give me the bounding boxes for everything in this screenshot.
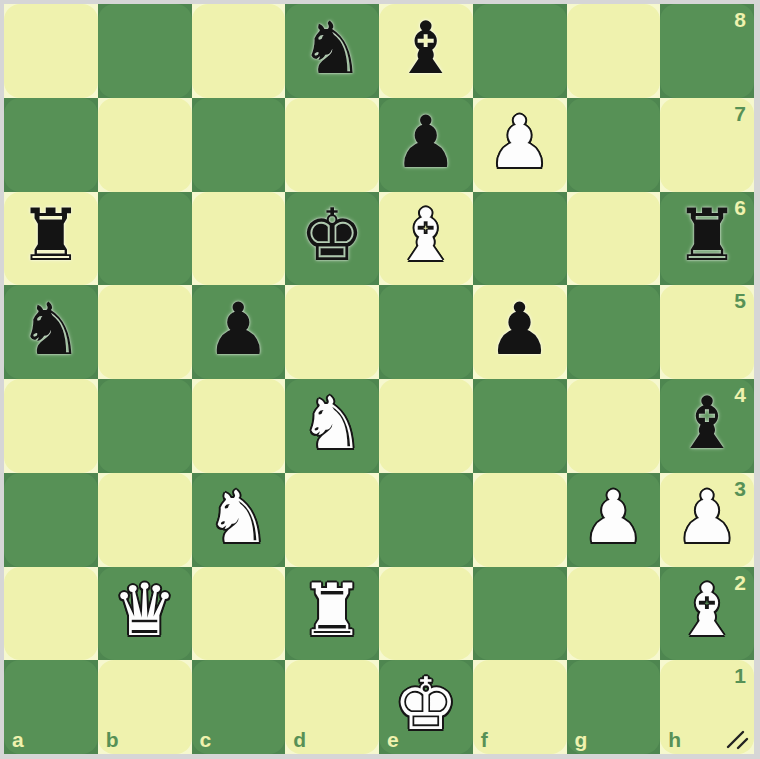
square-fill [473,379,567,473]
square-fill [4,473,98,567]
square-fill [567,192,661,286]
square-d1[interactable]: d [285,660,379,754]
square-fill [379,379,473,473]
square-g7[interactable] [567,98,661,192]
rank-label-5: 5 [734,290,746,311]
file-label-f: f [481,729,488,750]
square-fill [192,379,286,473]
file-label-a: a [12,729,24,750]
piece-white-knight[interactable]: ♞ [300,387,365,459]
square-h5[interactable]: 5 [660,285,754,379]
square-h8[interactable]: 8 [660,4,754,98]
square-fill [4,4,98,98]
file-label-h: h [668,729,681,750]
piece-white-king[interactable]: ♚ [394,668,459,740]
square-b7[interactable] [98,98,192,192]
square-e1[interactable]: e♚ [379,660,473,754]
piece-black-rook[interactable]: ♜ [19,199,84,271]
square-b6[interactable] [98,192,192,286]
file-label-b: b [106,729,119,750]
square-h6[interactable]: 6♜ [660,192,754,286]
square-fill [567,98,661,192]
piece-white-pawn[interactable]: ♟ [487,106,552,178]
square-fill [192,192,286,286]
piece-black-pawn[interactable]: ♟ [394,106,459,178]
square-f3[interactable] [473,473,567,567]
square-fill [98,379,192,473]
rank-label-7: 7 [734,103,746,124]
square-fill [567,567,661,661]
square-fill [192,567,286,661]
piece-white-pawn[interactable]: ♟ [675,481,740,553]
file-label-g: g [575,729,588,750]
square-a3[interactable] [4,473,98,567]
square-b5[interactable] [98,285,192,379]
piece-white-bishop[interactable]: ♝ [675,574,740,646]
square-c1[interactable]: c [192,660,286,754]
rank-label-3: 3 [734,478,746,499]
piece-black-knight[interactable]: ♞ [19,293,84,365]
square-h4[interactable]: 4♝ [660,379,754,473]
square-g3[interactable]: ♟ [567,473,661,567]
square-fill [285,285,379,379]
square-fill [192,98,286,192]
piece-black-pawn[interactable]: ♟ [487,293,552,365]
piece-white-knight[interactable]: ♞ [206,481,271,553]
board-resize-handle-icon[interactable] [726,726,750,750]
square-a4[interactable] [4,379,98,473]
square-d4[interactable]: ♞ [285,379,379,473]
square-d3[interactable] [285,473,379,567]
square-d2[interactable]: ♜ [285,567,379,661]
square-fill [285,473,379,567]
page-background: ♞♝8♟♟7♜♚♝6♜♞♟♟5♞4♝♞♟3♟♛♜2♝abcde♚fg1h [0,0,760,759]
file-label-e: e [387,729,399,750]
square-a5[interactable]: ♞ [4,285,98,379]
rank-label-6: 6 [734,197,746,218]
square-f4[interactable] [473,379,567,473]
square-b2[interactable]: ♛ [98,567,192,661]
square-g6[interactable] [567,192,661,286]
piece-black-king[interactable]: ♚ [300,199,365,271]
square-f1[interactable]: f [473,660,567,754]
square-d5[interactable] [285,285,379,379]
square-fill [473,192,567,286]
piece-black-knight[interactable]: ♞ [300,12,365,84]
square-e6[interactable]: ♝ [379,192,473,286]
square-g8[interactable] [567,4,661,98]
square-fill [98,98,192,192]
square-c8[interactable] [192,4,286,98]
square-fill [192,4,286,98]
square-h3[interactable]: 3♟ [660,473,754,567]
square-c5[interactable]: ♟ [192,285,286,379]
square-e7[interactable]: ♟ [379,98,473,192]
piece-black-pawn[interactable]: ♟ [206,293,271,365]
square-b1[interactable]: b [98,660,192,754]
square-b8[interactable] [98,4,192,98]
piece-black-bishop[interactable]: ♝ [675,387,740,459]
square-a6[interactable]: ♜ [4,192,98,286]
piece-white-bishop[interactable]: ♝ [394,199,459,271]
square-fill [4,567,98,661]
square-h2[interactable]: 2♝ [660,567,754,661]
square-fill [98,192,192,286]
square-g5[interactable] [567,285,661,379]
square-e3[interactable] [379,473,473,567]
square-fill [473,4,567,98]
square-fill [4,98,98,192]
square-fill [473,567,567,661]
rank-label-8: 8 [734,9,746,30]
square-fill [98,4,192,98]
square-fill [567,379,661,473]
file-label-d: d [293,729,306,750]
square-c4[interactable] [192,379,286,473]
square-fill [379,567,473,661]
piece-black-bishop[interactable]: ♝ [394,12,459,84]
square-fill [4,379,98,473]
square-a1[interactable]: a [4,660,98,754]
square-d8[interactable]: ♞ [285,4,379,98]
square-fill [379,473,473,567]
rank-label-1: 1 [734,665,746,686]
square-f2[interactable] [473,567,567,661]
square-g4[interactable] [567,379,661,473]
square-e5[interactable] [379,285,473,379]
piece-black-rook[interactable]: ♜ [675,199,740,271]
piece-white-queen[interactable]: ♛ [112,574,177,646]
square-h7[interactable]: 7 [660,98,754,192]
square-b4[interactable] [98,379,192,473]
square-g1[interactable]: g [567,660,661,754]
square-fill [285,98,379,192]
square-fill [379,285,473,379]
square-a2[interactable] [4,567,98,661]
square-fill [473,473,567,567]
piece-white-pawn[interactable]: ♟ [581,481,646,553]
file-label-c: c [200,729,212,750]
square-g2[interactable] [567,567,661,661]
square-a8[interactable] [4,4,98,98]
square-d7[interactable] [285,98,379,192]
square-a7[interactable] [4,98,98,192]
square-fill [98,473,192,567]
square-f6[interactable] [473,192,567,286]
rank-label-2: 2 [734,572,746,593]
square-fill [567,285,661,379]
square-b3[interactable] [98,473,192,567]
square-fill [98,285,192,379]
chess-board: ♞♝8♟♟7♜♚♝6♜♞♟♟5♞4♝♞♟3♟♛♜2♝abcde♚fg1h [4,4,754,754]
square-f8[interactable] [473,4,567,98]
square-f5[interactable]: ♟ [473,285,567,379]
square-c6[interactable] [192,192,286,286]
piece-white-rook[interactable]: ♜ [300,574,365,646]
square-e8[interactable]: ♝ [379,4,473,98]
square-d6[interactable]: ♚ [285,192,379,286]
square-c2[interactable] [192,567,286,661]
square-c7[interactable] [192,98,286,192]
square-e4[interactable] [379,379,473,473]
square-fill [567,4,661,98]
square-e2[interactable] [379,567,473,661]
rank-label-4: 4 [734,384,746,405]
square-f7[interactable]: ♟ [473,98,567,192]
square-c3[interactable]: ♞ [192,473,286,567]
